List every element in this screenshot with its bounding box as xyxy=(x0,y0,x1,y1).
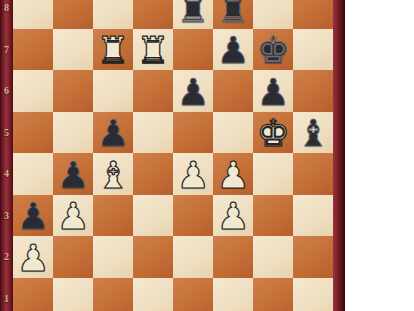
square-d3[interactable] xyxy=(133,195,173,237)
rank-label-3: 3 xyxy=(0,195,13,237)
black-king-g7: ♚ xyxy=(256,29,289,69)
black-rook-f8: ♜ xyxy=(216,0,249,28)
rank-label-6: 6 xyxy=(0,70,13,112)
rank-label-5: 5 xyxy=(0,112,13,154)
square-e7[interactable] xyxy=(173,29,213,71)
square-g5[interactable]: ♚ xyxy=(253,112,293,154)
square-e8[interactable]: ♜ xyxy=(173,0,213,29)
black-pawn-c5: ♟ xyxy=(96,112,129,152)
chess-diagram-screenshot: 87654321 ♜♜♜♜♟♚♟♟♟♚♝♟♝♟♟♟♟♟♟ xyxy=(0,0,414,311)
square-f7[interactable]: ♟ xyxy=(213,29,253,71)
square-b6[interactable] xyxy=(53,70,93,112)
black-pawn-e6: ♟ xyxy=(176,71,209,111)
square-a6[interactable] xyxy=(13,70,53,112)
square-e5[interactable] xyxy=(173,112,213,154)
square-g8[interactable] xyxy=(253,0,293,29)
square-d8[interactable] xyxy=(133,0,173,29)
square-d7[interactable]: ♜ xyxy=(133,29,173,71)
right-white-margin xyxy=(345,0,414,311)
square-a4[interactable] xyxy=(13,153,53,195)
white-pawn-b3: ♟ xyxy=(56,195,89,235)
square-g2[interactable] xyxy=(253,236,293,278)
square-d5[interactable] xyxy=(133,112,173,154)
white-pawn-f3: ♟ xyxy=(216,195,249,235)
rank-label-8: 8 xyxy=(0,0,13,29)
square-d6[interactable] xyxy=(133,70,173,112)
square-a1[interactable] xyxy=(13,278,53,311)
square-h8[interactable] xyxy=(293,0,333,29)
white-bishop-c4: ♝ xyxy=(96,154,129,194)
rank-label-1: 1 xyxy=(0,278,13,311)
black-pawn-f7: ♟ xyxy=(216,29,249,69)
square-c5[interactable]: ♟ xyxy=(93,112,133,154)
square-g7[interactable]: ♚ xyxy=(253,29,293,71)
square-a7[interactable] xyxy=(13,29,53,71)
square-c4[interactable]: ♝ xyxy=(93,153,133,195)
white-pawn-f4: ♟ xyxy=(216,154,249,194)
square-e4[interactable]: ♟ xyxy=(173,153,213,195)
square-f2[interactable] xyxy=(213,236,253,278)
square-f1[interactable] xyxy=(213,278,253,311)
black-bishop-h5: ♝ xyxy=(296,112,329,152)
square-e1[interactable] xyxy=(173,278,213,311)
square-a5[interactable] xyxy=(13,112,53,154)
square-f5[interactable] xyxy=(213,112,253,154)
rank-label-4: 4 xyxy=(0,153,13,195)
square-f4[interactable]: ♟ xyxy=(213,153,253,195)
square-h5[interactable]: ♝ xyxy=(293,112,333,154)
rank-label-2: 2 xyxy=(0,236,13,278)
rank-label-7: 7 xyxy=(0,29,13,71)
square-c8[interactable] xyxy=(93,0,133,29)
square-h6[interactable] xyxy=(293,70,333,112)
square-f8[interactable]: ♜ xyxy=(213,0,253,29)
black-pawn-a3: ♟ xyxy=(16,195,49,235)
square-d4[interactable] xyxy=(133,153,173,195)
square-g4[interactable] xyxy=(253,153,293,195)
white-king-g5: ♚ xyxy=(256,112,289,152)
square-b4[interactable]: ♟ xyxy=(53,153,93,195)
square-a8[interactable] xyxy=(13,0,53,29)
square-d2[interactable] xyxy=(133,236,173,278)
square-b2[interactable] xyxy=(53,236,93,278)
board-frame-right xyxy=(333,0,345,311)
square-g6[interactable]: ♟ xyxy=(253,70,293,112)
black-pawn-g6: ♟ xyxy=(256,71,289,111)
square-d1[interactable] xyxy=(133,278,173,311)
square-f6[interactable] xyxy=(213,70,253,112)
square-h3[interactable] xyxy=(293,195,333,237)
white-rook-c7: ♜ xyxy=(96,29,129,69)
square-b5[interactable] xyxy=(53,112,93,154)
black-rook-e8: ♜ xyxy=(176,0,209,28)
square-h1[interactable] xyxy=(293,278,333,311)
square-g1[interactable] xyxy=(253,278,293,311)
square-h4[interactable] xyxy=(293,153,333,195)
square-c3[interactable] xyxy=(93,195,133,237)
square-b7[interactable] xyxy=(53,29,93,71)
square-b3[interactable]: ♟ xyxy=(53,195,93,237)
board-frame-left: 87654321 xyxy=(0,0,13,311)
square-h7[interactable] xyxy=(293,29,333,71)
chess-board: 87654321 ♜♜♜♜♟♚♟♟♟♚♝♟♝♟♟♟♟♟♟ xyxy=(0,0,345,311)
white-pawn-e4: ♟ xyxy=(176,154,209,194)
square-c1[interactable] xyxy=(93,278,133,311)
square-f3[interactable]: ♟ xyxy=(213,195,253,237)
square-g3[interactable] xyxy=(253,195,293,237)
square-b8[interactable] xyxy=(53,0,93,29)
white-rook-d7: ♜ xyxy=(136,29,169,69)
square-e6[interactable]: ♟ xyxy=(173,70,213,112)
square-c6[interactable] xyxy=(93,70,133,112)
square-a3[interactable]: ♟ xyxy=(13,195,53,237)
square-e3[interactable] xyxy=(173,195,213,237)
square-b1[interactable] xyxy=(53,278,93,311)
square-c2[interactable] xyxy=(93,236,133,278)
square-h2[interactable] xyxy=(293,236,333,278)
black-pawn-b4: ♟ xyxy=(56,154,89,194)
square-a2[interactable]: ♟ xyxy=(13,236,53,278)
square-c7[interactable]: ♜ xyxy=(93,29,133,71)
board-grid: ♜♜♜♜♟♚♟♟♟♚♝♟♝♟♟♟♟♟♟ xyxy=(13,0,333,311)
square-e2[interactable] xyxy=(173,236,213,278)
white-pawn-a2: ♟ xyxy=(16,237,49,277)
